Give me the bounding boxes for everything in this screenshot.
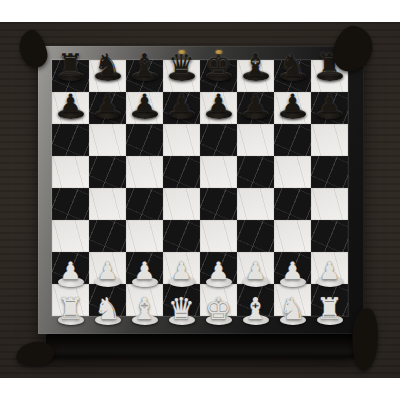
square-a1[interactable]: ♜ (52, 284, 89, 316)
white-rook-a1[interactable]: ♜ (52, 293, 89, 325)
black-pawn-d7[interactable]: ♟ (163, 87, 200, 119)
square-c3[interactable] (126, 220, 163, 252)
corner-ornament-top-right (330, 23, 375, 75)
square-d1[interactable]: ♛ (163, 284, 200, 316)
white-pawn-c2[interactable]: ♟ (126, 255, 163, 287)
square-f3[interactable] (237, 220, 274, 252)
black-rook-a8[interactable]: ♜ (52, 49, 89, 81)
black-bishop-f8[interactable]: ♝ (237, 49, 274, 81)
square-e5[interactable] (200, 156, 237, 188)
square-e1[interactable]: ♚ (200, 284, 237, 316)
white-pawn-a2[interactable]: ♟ (52, 255, 89, 287)
white-rook-h1[interactable]: ♜ (311, 293, 348, 325)
square-c1[interactable]: ♝ (126, 284, 163, 316)
square-f7[interactable]: ♟ (237, 92, 274, 124)
black-pawn-c7[interactable]: ♟ (126, 87, 163, 119)
square-g2[interactable]: ♟ (274, 252, 311, 284)
chess-board: ♜♞♝♛♚♝♞♜♟♟♟♟♟♟♟♟♟♟♟♟♟♟♟♟♜♞♝♛♚♝♞♜ (38, 46, 364, 334)
white-pawn-e2[interactable]: ♟ (200, 255, 237, 287)
square-c6[interactable] (126, 124, 163, 156)
square-f4[interactable] (237, 188, 274, 220)
white-pawn-b2[interactable]: ♟ (89, 255, 126, 287)
black-queen-d8[interactable]: ♛ (163, 49, 200, 81)
square-a2[interactable]: ♟ (52, 252, 89, 284)
letterbox-top (0, 0, 400, 22)
square-a6[interactable] (52, 124, 89, 156)
black-pawn-g7[interactable]: ♟ (274, 87, 311, 119)
corner-ornament-bottom-left (15, 340, 55, 368)
black-pawn-h7[interactable]: ♟ (311, 87, 348, 119)
square-b3[interactable] (89, 220, 126, 252)
square-e2[interactable]: ♟ (200, 252, 237, 284)
square-e4[interactable] (200, 188, 237, 220)
black-pawn-f7[interactable]: ♟ (237, 87, 274, 119)
white-bishop-c1[interactable]: ♝ (126, 293, 163, 325)
board-squares: ♜♞♝♛♚♝♞♜♟♟♟♟♟♟♟♟♟♟♟♟♟♟♟♟♜♞♝♛♚♝♞♜ (52, 60, 348, 316)
square-d2[interactable]: ♟ (163, 252, 200, 284)
square-b1[interactable]: ♞ (89, 284, 126, 316)
square-h2[interactable]: ♟ (311, 252, 348, 284)
square-h4[interactable] (311, 188, 348, 220)
white-king-e1[interactable]: ♚ (200, 293, 237, 325)
black-knight-g8[interactable]: ♞ (274, 49, 311, 81)
square-c4[interactable] (126, 188, 163, 220)
square-d3[interactable] (163, 220, 200, 252)
square-h6[interactable] (311, 124, 348, 156)
white-pawn-d2[interactable]: ♟ (163, 255, 200, 287)
board-side-edge (46, 334, 358, 358)
square-g1[interactable]: ♞ (274, 284, 311, 316)
square-g6[interactable] (274, 124, 311, 156)
square-b2[interactable]: ♟ (89, 252, 126, 284)
square-b6[interactable] (89, 124, 126, 156)
white-pawn-g2[interactable]: ♟ (274, 255, 311, 287)
square-d6[interactable] (163, 124, 200, 156)
square-h3[interactable] (311, 220, 348, 252)
black-knight-b8[interactable]: ♞ (89, 49, 126, 81)
square-a5[interactable] (52, 156, 89, 188)
square-d4[interactable] (163, 188, 200, 220)
square-g3[interactable] (274, 220, 311, 252)
square-f6[interactable] (237, 124, 274, 156)
white-pawn-h2[interactable]: ♟ (311, 255, 348, 287)
square-a7[interactable]: ♟ (52, 92, 89, 124)
square-d5[interactable] (163, 156, 200, 188)
square-c2[interactable]: ♟ (126, 252, 163, 284)
white-queen-d1[interactable]: ♛ (163, 293, 200, 325)
square-g5[interactable] (274, 156, 311, 188)
square-h1[interactable]: ♜ (311, 284, 348, 316)
square-e7[interactable]: ♟ (200, 92, 237, 124)
black-king-e8[interactable]: ♚ (200, 49, 237, 81)
square-d7[interactable]: ♟ (163, 92, 200, 124)
square-h7[interactable]: ♟ (311, 92, 348, 124)
white-knight-g1[interactable]: ♞ (274, 293, 311, 325)
square-b7[interactable]: ♟ (89, 92, 126, 124)
white-pawn-f2[interactable]: ♟ (237, 255, 274, 287)
square-c5[interactable] (126, 156, 163, 188)
table-surface: ♜♞♝♛♚♝♞♜♟♟♟♟♟♟♟♟♟♟♟♟♟♟♟♟♜♞♝♛♚♝♞♜ (0, 22, 400, 378)
black-pawn-a7[interactable]: ♟ (52, 87, 89, 119)
square-a3[interactable] (52, 220, 89, 252)
letterbox-bottom (0, 378, 400, 400)
square-b4[interactable] (89, 188, 126, 220)
white-bishop-f1[interactable]: ♝ (237, 293, 274, 325)
square-g7[interactable]: ♟ (274, 92, 311, 124)
white-knight-b1[interactable]: ♞ (89, 293, 126, 325)
square-e3[interactable] (200, 220, 237, 252)
square-f2[interactable]: ♟ (237, 252, 274, 284)
black-pawn-b7[interactable]: ♟ (89, 87, 126, 119)
black-pawn-e7[interactable]: ♟ (200, 87, 237, 119)
square-f5[interactable] (237, 156, 274, 188)
square-c7[interactable]: ♟ (126, 92, 163, 124)
square-h5[interactable] (311, 156, 348, 188)
square-b5[interactable] (89, 156, 126, 188)
square-g4[interactable] (274, 188, 311, 220)
square-f1[interactable]: ♝ (237, 284, 274, 316)
black-bishop-c8[interactable]: ♝ (126, 49, 163, 81)
square-a4[interactable] (52, 188, 89, 220)
square-e6[interactable] (200, 124, 237, 156)
